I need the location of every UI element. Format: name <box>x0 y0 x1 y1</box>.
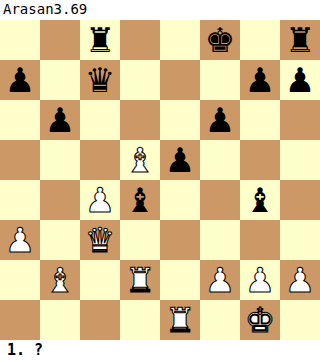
square-a1[interactable] <box>0 300 40 340</box>
square-f7[interactable] <box>200 60 240 100</box>
arasan-window: Arasan3.69 ♜♚♜♟♛♟♟♟♟♝♟♟♝♝♟♛♝♜♟♟♟♜♚ 1. ? <box>0 0 320 360</box>
square-d8[interactable] <box>120 20 160 60</box>
square-d4[interactable]: ♝ <box>120 180 160 220</box>
piece-white-pawn[interactable]: ♟ <box>245 260 275 300</box>
square-f3[interactable] <box>200 220 240 260</box>
square-g6[interactable] <box>240 100 280 140</box>
piece-white-pawn[interactable]: ♟ <box>205 260 235 300</box>
window-title: Arasan3.69 <box>0 0 320 20</box>
piece-black-pawn[interactable]: ♟ <box>205 100 235 140</box>
square-g7[interactable]: ♟ <box>240 60 280 100</box>
square-d7[interactable] <box>120 60 160 100</box>
square-c4[interactable]: ♟ <box>80 180 120 220</box>
square-b1[interactable] <box>40 300 80 340</box>
square-h1[interactable] <box>280 300 320 340</box>
square-f8[interactable]: ♚ <box>200 20 240 60</box>
square-d5[interactable]: ♝ <box>120 140 160 180</box>
square-a7[interactable]: ♟ <box>0 60 40 100</box>
piece-black-bishop[interactable]: ♝ <box>245 180 275 220</box>
square-a2[interactable] <box>0 260 40 300</box>
square-g4[interactable]: ♝ <box>240 180 280 220</box>
square-d6[interactable] <box>120 100 160 140</box>
square-e5[interactable]: ♟ <box>160 140 200 180</box>
square-g8[interactable] <box>240 20 280 60</box>
square-a8[interactable] <box>0 20 40 60</box>
piece-black-rook[interactable]: ♜ <box>85 20 115 60</box>
square-d2[interactable]: ♜ <box>120 260 160 300</box>
piece-white-pawn[interactable]: ♟ <box>85 180 115 220</box>
piece-black-pawn[interactable]: ♟ <box>165 140 195 180</box>
square-b7[interactable] <box>40 60 80 100</box>
square-f6[interactable]: ♟ <box>200 100 240 140</box>
square-a6[interactable] <box>0 100 40 140</box>
square-h8[interactable]: ♜ <box>280 20 320 60</box>
square-a4[interactable] <box>0 180 40 220</box>
piece-black-pawn[interactable]: ♟ <box>245 60 275 100</box>
piece-black-pawn[interactable]: ♟ <box>5 60 35 100</box>
square-a5[interactable] <box>0 140 40 180</box>
chess-board: ♜♚♜♟♛♟♟♟♟♝♟♟♝♝♟♛♝♜♟♟♟♜♚ <box>0 20 320 340</box>
square-b2[interactable]: ♝ <box>40 260 80 300</box>
piece-white-pawn[interactable]: ♟ <box>5 220 35 260</box>
square-c7[interactable]: ♛ <box>80 60 120 100</box>
square-f1[interactable] <box>200 300 240 340</box>
square-c5[interactable] <box>80 140 120 180</box>
piece-white-rook[interactable]: ♜ <box>125 260 155 300</box>
move-prompt: 1. ? <box>0 340 320 360</box>
square-h7[interactable]: ♟ <box>280 60 320 100</box>
square-b6[interactable]: ♟ <box>40 100 80 140</box>
square-e6[interactable] <box>160 100 200 140</box>
piece-white-queen[interactable]: ♛ <box>85 220 115 260</box>
square-c3[interactable]: ♛ <box>80 220 120 260</box>
square-e1[interactable]: ♜ <box>160 300 200 340</box>
square-b3[interactable] <box>40 220 80 260</box>
square-d3[interactable] <box>120 220 160 260</box>
square-b4[interactable] <box>40 180 80 220</box>
square-e8[interactable] <box>160 20 200 60</box>
square-c6[interactable] <box>80 100 120 140</box>
piece-white-bishop[interactable]: ♝ <box>125 140 155 180</box>
square-c2[interactable] <box>80 260 120 300</box>
square-h4[interactable] <box>280 180 320 220</box>
square-h2[interactable]: ♟ <box>280 260 320 300</box>
piece-white-pawn[interactable]: ♟ <box>285 260 315 300</box>
square-a3[interactable]: ♟ <box>0 220 40 260</box>
piece-white-king[interactable]: ♚ <box>245 300 275 340</box>
square-g1[interactable]: ♚ <box>240 300 280 340</box>
square-c8[interactable]: ♜ <box>80 20 120 60</box>
square-h5[interactable] <box>280 140 320 180</box>
square-e2[interactable] <box>160 260 200 300</box>
square-f2[interactable]: ♟ <box>200 260 240 300</box>
piece-white-bishop[interactable]: ♝ <box>45 260 75 300</box>
square-c1[interactable] <box>80 300 120 340</box>
square-f5[interactable] <box>200 140 240 180</box>
piece-black-pawn[interactable]: ♟ <box>45 100 75 140</box>
piece-black-rook[interactable]: ♜ <box>285 20 315 60</box>
square-g3[interactable] <box>240 220 280 260</box>
square-d1[interactable] <box>120 300 160 340</box>
square-e4[interactable] <box>160 180 200 220</box>
square-g5[interactable] <box>240 140 280 180</box>
square-b8[interactable] <box>40 20 80 60</box>
square-h3[interactable] <box>280 220 320 260</box>
square-e7[interactable] <box>160 60 200 100</box>
square-h6[interactable] <box>280 100 320 140</box>
square-f4[interactable] <box>200 180 240 220</box>
piece-black-king[interactable]: ♚ <box>205 20 235 60</box>
piece-black-pawn[interactable]: ♟ <box>285 60 315 100</box>
piece-black-bishop[interactable]: ♝ <box>125 180 155 220</box>
square-g2[interactable]: ♟ <box>240 260 280 300</box>
square-b5[interactable] <box>40 140 80 180</box>
square-e3[interactable] <box>160 220 200 260</box>
piece-white-rook[interactable]: ♜ <box>165 300 195 340</box>
piece-black-queen[interactable]: ♛ <box>85 60 115 100</box>
